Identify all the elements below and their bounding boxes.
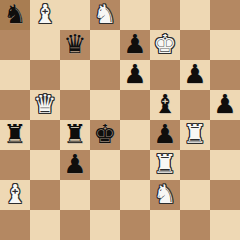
square-h7[interactable] <box>210 30 240 60</box>
square-g2[interactable] <box>180 180 210 210</box>
square-e3[interactable] <box>120 150 150 180</box>
square-g6[interactable]: ♟ <box>180 60 210 90</box>
square-a8[interactable]: ♞ <box>0 0 30 30</box>
square-b7[interactable] <box>30 30 60 60</box>
square-h6[interactable] <box>210 60 240 90</box>
square-h5[interactable]: ♟ <box>210 90 240 120</box>
square-a3[interactable] <box>0 150 30 180</box>
square-a1[interactable] <box>0 210 30 240</box>
screenshot-root: ♞♝♞♛♟♚♟♟♛♝♟♜♜♚♟♜♟♜♝♞ <box>0 0 240 240</box>
white-rook-piece: ♜ <box>183 120 206 149</box>
square-b8[interactable]: ♝ <box>30 0 60 30</box>
white-bishop-piece: ♝ <box>33 0 56 29</box>
square-d6[interactable] <box>90 60 120 90</box>
black-pawn-piece: ♟ <box>123 60 146 89</box>
square-c6[interactable] <box>60 60 90 90</box>
square-b6[interactable] <box>30 60 60 90</box>
square-f8[interactable] <box>150 0 180 30</box>
square-b5[interactable]: ♛ <box>30 90 60 120</box>
square-a4[interactable]: ♜ <box>0 120 30 150</box>
white-knight-piece: ♞ <box>153 180 176 209</box>
square-d8[interactable]: ♞ <box>90 0 120 30</box>
square-a5[interactable] <box>0 90 30 120</box>
black-pawn-piece: ♟ <box>153 120 176 149</box>
square-f7[interactable]: ♚ <box>150 30 180 60</box>
square-f3[interactable]: ♜ <box>150 150 180 180</box>
square-e4[interactable] <box>120 120 150 150</box>
square-h4[interactable] <box>210 120 240 150</box>
chess-board: ♞♝♞♛♟♚♟♟♛♝♟♜♜♚♟♜♟♜♝♞ <box>0 0 240 240</box>
square-d5[interactable] <box>90 90 120 120</box>
square-c2[interactable] <box>60 180 90 210</box>
black-queen-piece: ♛ <box>63 30 86 59</box>
square-e5[interactable] <box>120 90 150 120</box>
black-rook-piece: ♜ <box>3 120 26 149</box>
black-knight-piece: ♞ <box>3 0 26 29</box>
white-bishop-piece: ♝ <box>3 180 26 209</box>
square-f1[interactable] <box>150 210 180 240</box>
square-a7[interactable] <box>0 30 30 60</box>
square-e8[interactable] <box>120 0 150 30</box>
white-queen-piece: ♛ <box>33 90 56 119</box>
square-b3[interactable] <box>30 150 60 180</box>
square-g7[interactable] <box>180 30 210 60</box>
black-pawn-piece: ♟ <box>213 90 236 119</box>
square-d7[interactable] <box>90 30 120 60</box>
square-d1[interactable] <box>90 210 120 240</box>
square-c8[interactable] <box>60 0 90 30</box>
square-h3[interactable] <box>210 150 240 180</box>
white-king-piece: ♚ <box>153 30 176 59</box>
black-bishop-piece: ♝ <box>153 90 176 119</box>
black-rook-piece: ♜ <box>63 120 86 149</box>
square-g8[interactable] <box>180 0 210 30</box>
square-e7[interactable]: ♟ <box>120 30 150 60</box>
black-king-piece: ♚ <box>93 120 116 149</box>
square-c1[interactable] <box>60 210 90 240</box>
square-g4[interactable]: ♜ <box>180 120 210 150</box>
square-h8[interactable] <box>210 0 240 30</box>
square-d2[interactable] <box>90 180 120 210</box>
square-e1[interactable] <box>120 210 150 240</box>
square-h1[interactable] <box>210 210 240 240</box>
square-f2[interactable]: ♞ <box>150 180 180 210</box>
square-b2[interactable] <box>30 180 60 210</box>
black-pawn-piece: ♟ <box>183 60 206 89</box>
white-rook-piece: ♜ <box>153 150 176 179</box>
square-b4[interactable] <box>30 120 60 150</box>
square-e2[interactable] <box>120 180 150 210</box>
square-c3[interactable]: ♟ <box>60 150 90 180</box>
black-pawn-piece: ♟ <box>123 30 146 59</box>
black-pawn-piece: ♟ <box>63 150 86 179</box>
square-d4[interactable]: ♚ <box>90 120 120 150</box>
square-c7[interactable]: ♛ <box>60 30 90 60</box>
square-g3[interactable] <box>180 150 210 180</box>
square-f4[interactable]: ♟ <box>150 120 180 150</box>
square-d3[interactable] <box>90 150 120 180</box>
square-a2[interactable]: ♝ <box>0 180 30 210</box>
square-a6[interactable] <box>0 60 30 90</box>
square-h2[interactable] <box>210 180 240 210</box>
square-b1[interactable] <box>30 210 60 240</box>
square-f5[interactable]: ♝ <box>150 90 180 120</box>
square-g1[interactable] <box>180 210 210 240</box>
square-c5[interactable] <box>60 90 90 120</box>
square-c4[interactable]: ♜ <box>60 120 90 150</box>
square-f6[interactable] <box>150 60 180 90</box>
square-g5[interactable] <box>180 90 210 120</box>
square-e6[interactable]: ♟ <box>120 60 150 90</box>
white-knight-piece: ♞ <box>93 0 116 29</box>
